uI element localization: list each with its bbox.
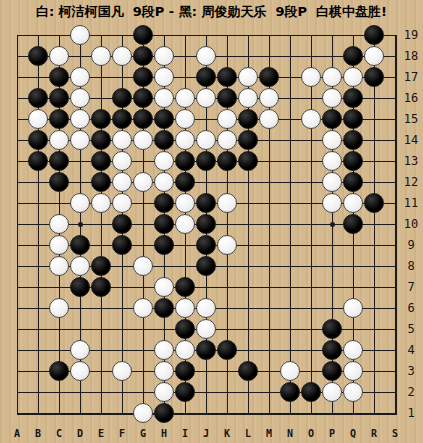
black-stone[interactable] <box>28 88 48 108</box>
white-stone[interactable] <box>49 256 69 276</box>
go-board[interactable]: ABCDEFGHIJKLMNOPQRS 19181716151413121110… <box>0 24 423 443</box>
white-stone[interactable] <box>133 256 153 276</box>
white-stone[interactable] <box>112 193 132 213</box>
white-stone[interactable] <box>70 193 90 213</box>
white-stone[interactable] <box>133 298 153 318</box>
black-stone[interactable] <box>154 193 174 213</box>
row-label: 11 <box>399 196 423 210</box>
white-stone[interactable] <box>280 361 300 381</box>
black-stone[interactable] <box>175 361 195 381</box>
row-label: 8 <box>399 259 423 273</box>
black-stone[interactable] <box>154 109 174 129</box>
black-stone[interactable] <box>112 88 132 108</box>
white-stone[interactable] <box>175 340 195 360</box>
black-stone[interactable] <box>49 88 69 108</box>
black-stone[interactable] <box>133 25 153 45</box>
black-stone[interactable] <box>49 67 69 87</box>
white-stone[interactable] <box>322 151 342 171</box>
row-label: 12 <box>399 175 423 189</box>
white-stone[interactable] <box>322 172 342 192</box>
black-stone[interactable] <box>343 88 363 108</box>
white-stone[interactable] <box>154 172 174 192</box>
white-stone[interactable] <box>112 172 132 192</box>
row-label: 13 <box>399 154 423 168</box>
black-stone[interactable] <box>196 214 216 234</box>
row-label: 15 <box>399 112 423 126</box>
white-stone[interactable] <box>343 67 363 87</box>
white-stone[interactable] <box>259 88 279 108</box>
black-stone[interactable] <box>154 130 174 150</box>
white-stone[interactable] <box>196 319 216 339</box>
white-stone[interactable] <box>112 130 132 150</box>
star-point <box>78 222 83 227</box>
white-stone[interactable] <box>70 130 90 150</box>
black-stone[interactable] <box>322 340 342 360</box>
black-stone[interactable] <box>322 319 342 339</box>
white-stone[interactable] <box>154 361 174 381</box>
column-label: S <box>385 427 405 440</box>
black-stone[interactable] <box>196 340 216 360</box>
white-stone[interactable] <box>175 193 195 213</box>
black-stone[interactable] <box>133 67 153 87</box>
white-stone[interactable] <box>343 298 363 318</box>
column-label: B <box>28 427 48 440</box>
column-label: C <box>49 427 69 440</box>
black-stone[interactable] <box>49 109 69 129</box>
white-stone[interactable] <box>154 277 174 297</box>
black-stone[interactable] <box>196 67 216 87</box>
black-stone[interactable] <box>238 109 258 129</box>
black-stone[interactable] <box>28 130 48 150</box>
white-stone[interactable] <box>217 235 237 255</box>
black-stone[interactable] <box>91 109 111 129</box>
white-stone[interactable] <box>70 340 90 360</box>
row-label: 3 <box>399 364 423 378</box>
black-stone[interactable] <box>364 67 384 87</box>
column-label: G <box>133 427 153 440</box>
white-stone[interactable] <box>322 382 342 402</box>
black-stone[interactable] <box>112 214 132 234</box>
row-label: 10 <box>399 217 423 231</box>
white-stone[interactable] <box>133 130 153 150</box>
white-stone[interactable] <box>322 67 342 87</box>
black-stone[interactable] <box>343 172 363 192</box>
white-stone[interactable] <box>196 46 216 66</box>
black-stone[interactable] <box>343 214 363 234</box>
white-stone[interactable] <box>154 340 174 360</box>
white-stone[interactable] <box>175 298 195 318</box>
white-stone[interactable] <box>196 298 216 318</box>
black-stone[interactable] <box>49 151 69 171</box>
white-stone[interactable] <box>49 46 69 66</box>
black-stone[interactable] <box>133 88 153 108</box>
white-stone[interactable] <box>70 109 90 129</box>
black-stone[interactable] <box>364 193 384 213</box>
game-result-title: 白: 柯洁柯国凡 9段P - 黑: 周俊勋天乐 9段P 白棋中盘胜! <box>36 3 387 21</box>
column-label: O <box>301 427 321 440</box>
black-stone[interactable] <box>343 109 363 129</box>
white-stone[interactable] <box>343 382 363 402</box>
black-stone[interactable] <box>154 214 174 234</box>
black-stone[interactable] <box>196 256 216 276</box>
white-stone[interactable] <box>154 382 174 402</box>
black-stone[interactable] <box>175 382 195 402</box>
black-stone[interactable] <box>70 235 90 255</box>
row-label: 17 <box>399 70 423 84</box>
white-stone[interactable] <box>112 46 132 66</box>
black-stone[interactable] <box>91 256 111 276</box>
black-stone[interactable] <box>364 25 384 45</box>
black-stone[interactable] <box>343 130 363 150</box>
black-stone[interactable] <box>175 172 195 192</box>
white-stone[interactable] <box>343 340 363 360</box>
white-stone[interactable] <box>175 109 195 129</box>
white-stone[interactable] <box>49 214 69 234</box>
column-label: A <box>7 427 27 440</box>
white-stone[interactable] <box>322 130 342 150</box>
black-stone[interactable] <box>28 46 48 66</box>
column-label: D <box>70 427 90 440</box>
black-stone[interactable] <box>154 235 174 255</box>
white-stone[interactable] <box>175 214 195 234</box>
game-info-bar: 白: 柯洁柯国凡 9段P - 黑: 周俊勋天乐 9段P 白棋中盘胜! <box>0 0 423 24</box>
black-stone[interactable] <box>91 277 111 297</box>
column-label: K <box>217 427 237 440</box>
white-stone[interactable] <box>154 46 174 66</box>
column-label: P <box>322 427 342 440</box>
white-stone[interactable] <box>238 88 258 108</box>
black-stone[interactable] <box>196 193 216 213</box>
black-stone[interactable] <box>343 151 363 171</box>
row-label: 14 <box>399 133 423 147</box>
white-stone[interactable] <box>154 151 174 171</box>
white-stone[interactable] <box>322 88 342 108</box>
go-app-window: 白: 柯洁柯国凡 9段P - 黑: 周俊勋天乐 9段P 白棋中盘胜! ABCDE… <box>0 0 423 443</box>
star-point <box>330 222 335 227</box>
black-stone[interactable] <box>196 235 216 255</box>
column-label: Q <box>343 427 363 440</box>
row-label: 6 <box>399 301 423 315</box>
white-stone[interactable] <box>238 67 258 87</box>
white-stone[interactable] <box>196 130 216 150</box>
white-stone[interactable] <box>70 25 90 45</box>
white-stone[interactable] <box>70 88 90 108</box>
column-label: E <box>91 427 111 440</box>
black-stone[interactable] <box>91 130 111 150</box>
row-label: 9 <box>399 238 423 252</box>
black-stone[interactable] <box>91 172 111 192</box>
column-label: R <box>364 427 384 440</box>
white-stone[interactable] <box>322 193 342 213</box>
black-stone[interactable] <box>154 403 174 423</box>
black-stone[interactable] <box>343 46 363 66</box>
white-stone[interactable] <box>217 193 237 213</box>
white-stone[interactable] <box>217 130 237 150</box>
white-stone[interactable] <box>91 46 111 66</box>
white-stone[interactable] <box>49 235 69 255</box>
black-stone[interactable] <box>322 109 342 129</box>
row-label: 1 <box>399 406 423 420</box>
white-stone[interactable] <box>175 88 195 108</box>
white-stone[interactable] <box>49 298 69 318</box>
white-stone[interactable] <box>70 256 90 276</box>
white-stone[interactable] <box>259 109 279 129</box>
white-stone[interactable] <box>154 67 174 87</box>
black-stone[interactable] <box>112 235 132 255</box>
white-stone[interactable] <box>301 109 321 129</box>
black-stone[interactable] <box>238 130 258 150</box>
column-label: F <box>112 427 132 440</box>
black-stone[interactable] <box>154 298 174 318</box>
black-stone[interactable] <box>175 151 195 171</box>
black-stone[interactable] <box>217 151 237 171</box>
white-stone[interactable] <box>91 193 111 213</box>
black-stone[interactable] <box>280 382 300 402</box>
white-stone[interactable] <box>49 130 69 150</box>
column-label: H <box>154 427 174 440</box>
white-stone[interactable] <box>112 361 132 381</box>
black-stone[interactable] <box>70 277 90 297</box>
black-stone[interactable] <box>238 151 258 171</box>
row-label: 19 <box>399 28 423 42</box>
row-label: 2 <box>399 385 423 399</box>
black-stone[interactable] <box>133 109 153 129</box>
white-stone[interactable] <box>364 46 384 66</box>
black-stone[interactable] <box>112 109 132 129</box>
black-stone[interactable] <box>301 382 321 402</box>
row-label: 4 <box>399 343 423 357</box>
row-label: 5 <box>399 322 423 336</box>
black-stone[interactable] <box>322 361 342 381</box>
white-stone[interactable] <box>70 67 90 87</box>
white-stone[interactable] <box>175 130 195 150</box>
black-stone[interactable] <box>259 67 279 87</box>
black-stone[interactable] <box>91 151 111 171</box>
white-stone[interactable] <box>154 88 174 108</box>
black-stone[interactable] <box>238 361 258 381</box>
black-stone[interactable] <box>217 67 237 87</box>
white-stone[interactable] <box>196 88 216 108</box>
white-stone[interactable] <box>70 361 90 381</box>
white-stone[interactable] <box>343 193 363 213</box>
black-stone[interactable] <box>217 340 237 360</box>
white-stone[interactable] <box>301 67 321 87</box>
black-stone[interactable] <box>196 151 216 171</box>
black-stone[interactable] <box>49 361 69 381</box>
row-label: 16 <box>399 91 423 105</box>
column-label: I <box>175 427 195 440</box>
black-stone[interactable] <box>175 319 195 339</box>
black-stone[interactable] <box>175 277 195 297</box>
black-stone[interactable] <box>49 172 69 192</box>
white-stone[interactable] <box>133 172 153 192</box>
black-stone[interactable] <box>217 88 237 108</box>
row-label: 18 <box>399 49 423 63</box>
white-stone[interactable] <box>133 403 153 423</box>
column-label: L <box>238 427 258 440</box>
white-stone[interactable] <box>112 151 132 171</box>
column-label: J <box>196 427 216 440</box>
column-label: M <box>259 427 279 440</box>
column-label: N <box>280 427 300 440</box>
white-stone[interactable] <box>343 361 363 381</box>
white-stone[interactable] <box>217 109 237 129</box>
black-stone[interactable] <box>28 151 48 171</box>
row-label: 7 <box>399 280 423 294</box>
black-stone[interactable] <box>133 46 153 66</box>
white-stone[interactable] <box>28 109 48 129</box>
